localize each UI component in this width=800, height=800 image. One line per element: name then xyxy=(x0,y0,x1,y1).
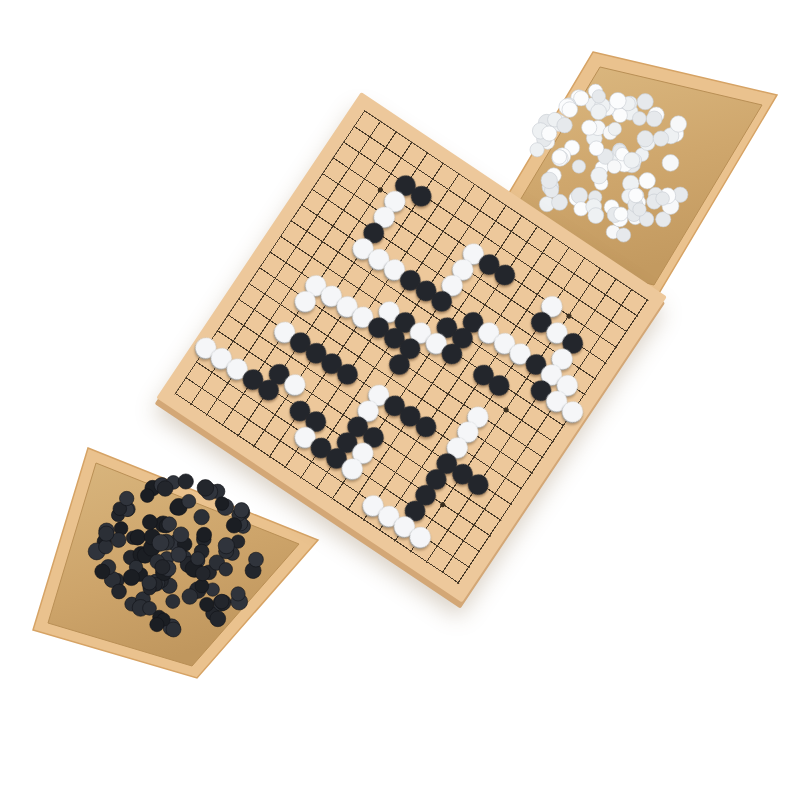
tray-stone xyxy=(157,481,173,497)
tray-stone xyxy=(591,104,607,120)
tray-stone xyxy=(152,534,169,551)
tray-stone xyxy=(234,503,249,518)
tray-stone xyxy=(141,489,155,503)
tray-stone xyxy=(210,611,226,627)
tray-stone xyxy=(150,618,164,632)
tray-stone xyxy=(571,187,587,203)
tray-stone xyxy=(231,587,245,601)
tray-stone xyxy=(670,116,686,132)
tray-stone xyxy=(166,622,181,637)
tray-stone xyxy=(607,160,621,174)
tray-stone xyxy=(637,131,653,147)
tray-stone xyxy=(662,155,679,172)
tray-stone xyxy=(646,111,662,127)
tray-stone xyxy=(219,563,232,576)
tray-stone xyxy=(557,118,572,133)
tray-stone xyxy=(542,126,557,141)
tray-stone xyxy=(155,560,170,575)
tray-stone xyxy=(195,579,209,593)
tray-stone xyxy=(162,517,177,532)
tray-stone xyxy=(191,552,205,566)
tray-stone xyxy=(552,150,567,165)
tray-stone xyxy=(610,92,627,109)
tray-stone xyxy=(130,530,145,545)
tray-stone xyxy=(214,594,229,609)
tray-stone xyxy=(194,509,209,524)
tray-stone xyxy=(143,601,157,615)
tray-stone xyxy=(608,122,621,135)
tray-stone xyxy=(123,569,139,585)
tray-stone xyxy=(639,173,655,189)
tray-stone xyxy=(591,167,608,184)
tray-stone xyxy=(196,566,211,581)
tray-stone xyxy=(182,494,196,508)
tray-stone xyxy=(99,526,114,541)
tray-stone xyxy=(592,90,605,103)
tray-stone xyxy=(200,597,214,611)
tray-stone xyxy=(99,540,113,554)
tray-stone xyxy=(541,172,557,188)
tray-stone xyxy=(215,497,229,511)
tray-stone xyxy=(637,94,653,110)
tray-stone xyxy=(572,160,585,173)
tray-stone xyxy=(588,208,604,224)
black-stone-tray xyxy=(33,448,318,678)
tray-stone xyxy=(617,228,631,242)
tray-stone xyxy=(633,203,646,216)
tray-stone xyxy=(633,112,647,126)
tray-stone xyxy=(249,552,264,567)
tray-stone xyxy=(197,527,212,542)
tray-stone xyxy=(112,584,127,599)
tray-stone xyxy=(171,547,186,562)
tray-stone xyxy=(589,141,604,156)
tray-stone xyxy=(530,143,544,157)
tray-stone xyxy=(120,491,134,505)
tray-stone xyxy=(629,188,644,203)
stone-white: ● xyxy=(561,397,586,422)
tray-stone xyxy=(226,518,241,533)
product-photo-scene: ●●●●●●●●●●●●●●●●●●●●●●●●●●●●●●●●●●●●●●●●… xyxy=(0,0,800,800)
tray-stone xyxy=(656,192,670,206)
tray-stone xyxy=(582,120,597,135)
tray-stone xyxy=(166,594,180,608)
tray-stone xyxy=(624,152,640,168)
tray-stone xyxy=(142,515,157,530)
tray-stone xyxy=(218,538,234,554)
tray-stone xyxy=(614,207,628,221)
tray-stone xyxy=(197,480,214,497)
tray-stone xyxy=(562,102,578,118)
tray-stone xyxy=(173,527,189,543)
tray-stone xyxy=(653,131,668,146)
tray-stone xyxy=(95,564,110,579)
tray-stone xyxy=(182,589,198,605)
tray-stone xyxy=(178,474,193,489)
tray-stone xyxy=(142,576,157,591)
